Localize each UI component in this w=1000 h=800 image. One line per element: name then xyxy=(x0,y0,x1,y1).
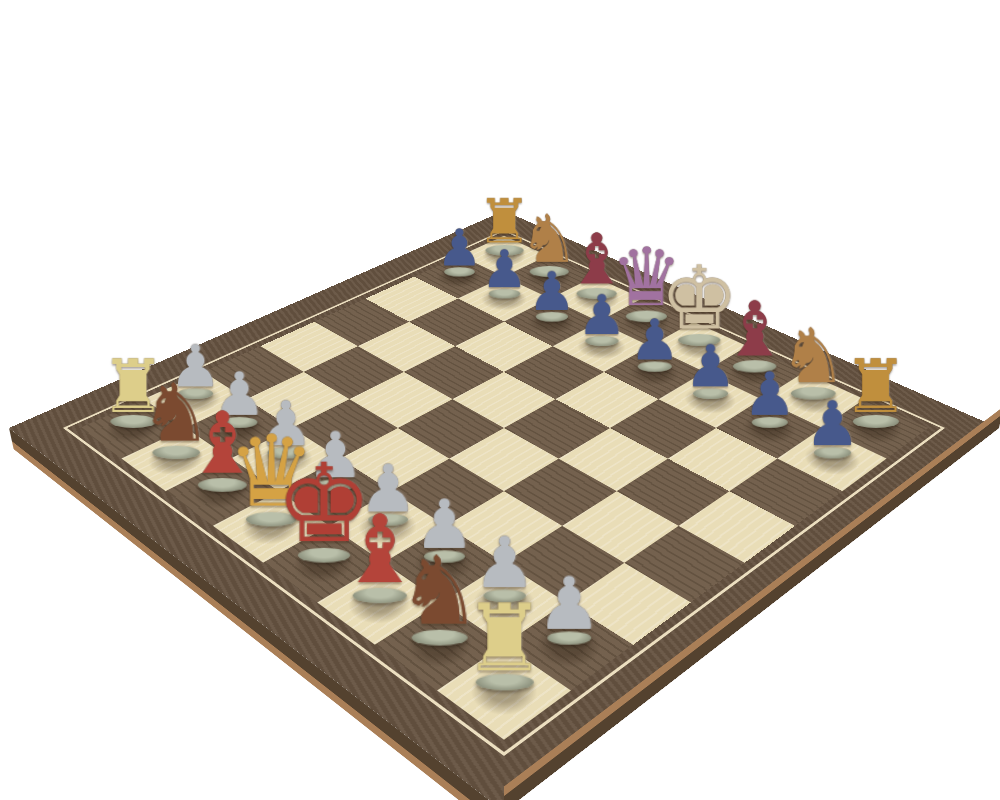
square-h1[interactable]: ♜ xyxy=(437,645,571,740)
piece-white-rook-h1[interactable]: ♜ xyxy=(416,594,593,690)
product-photo-scene: ♜♞♝♛♚♝♞♜♟♟♟♟♟♟♟♟♟♟♟♟♟♟♟♟♜♞♝♛♚♝♞♜ xyxy=(0,0,1000,800)
board-top-surface: ♜♞♝♛♚♝♞♜♟♟♟♟♟♟♟♟♟♟♟♟♟♟♟♟♜♞♝♛♚♝♞♜ xyxy=(9,211,999,800)
perspective-stage: ♜♞♝♛♚♝♞♜♟♟♟♟♟♟♟♟♟♟♟♟♟♟♟♟♜♞♝♛♚♝♞♜ xyxy=(0,0,1000,800)
black-pawn-glyph: ♟ xyxy=(760,396,904,453)
board-squares: ♜♞♝♛♚♝♞♜♟♟♟♟♟♟♟♟♟♟♟♟♟♟♟♟♜♞♝♛♚♝♞♜ xyxy=(80,236,929,740)
piece-black-pawn-h7[interactable]: ♟ xyxy=(760,396,904,459)
white-rook-glyph: ♜ xyxy=(416,594,593,680)
chess-board: ♜♞♝♛♚♝♞♜♟♟♟♟♟♟♟♟♟♟♟♟♟♟♟♟♜♞♝♛♚♝♞♜ xyxy=(9,211,999,800)
